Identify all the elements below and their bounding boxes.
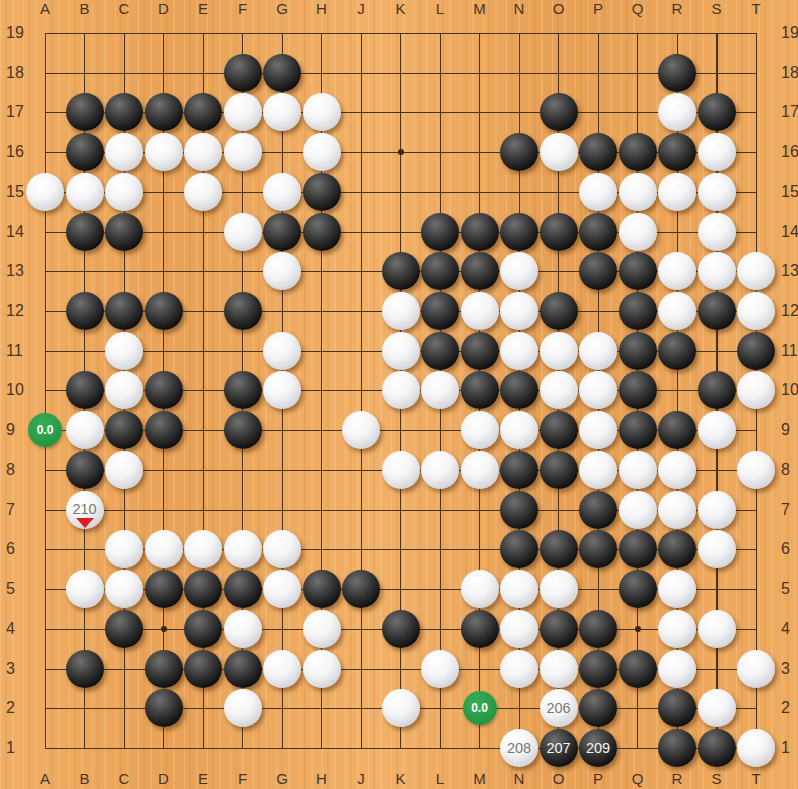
point-Q10[interactable]: [618, 371, 658, 411]
point-Q3[interactable]: [618, 649, 658, 689]
point-O17[interactable]: [539, 93, 579, 133]
point-P2[interactable]: [578, 688, 618, 728]
white-stone-H16[interactable]: [303, 133, 341, 171]
black-stone-P3[interactable]: [579, 650, 617, 688]
point-G10[interactable]: [262, 371, 302, 411]
eval-marker[interactable]: 0.0: [28, 413, 62, 447]
point-P1[interactable]: 209: [578, 728, 618, 768]
black-stone-Q6[interactable]: [619, 530, 657, 568]
white-stone-F14[interactable]: [224, 213, 262, 251]
point-B15[interactable]: [65, 172, 105, 212]
point-C10[interactable]: [104, 371, 144, 411]
point-S4[interactable]: [697, 609, 737, 649]
point-P7[interactable]: [578, 490, 618, 530]
point-R3[interactable]: [657, 649, 697, 689]
point-K13[interactable]: [381, 251, 421, 291]
white-stone-G15[interactable]: [263, 173, 301, 211]
point-G13[interactable]: [262, 251, 302, 291]
white-stone-O3[interactable]: [540, 650, 578, 688]
point-P16[interactable]: [578, 132, 618, 172]
black-stone-P4[interactable]: [579, 610, 617, 648]
white-stone-Q7[interactable]: [619, 491, 657, 529]
point-T11[interactable]: [736, 331, 776, 371]
point-M14[interactable]: [460, 212, 500, 252]
black-stone-P2[interactable]: [579, 689, 617, 727]
white-stone-S4[interactable]: [698, 610, 736, 648]
black-stone-D12[interactable]: [145, 292, 183, 330]
point-Q6[interactable]: [618, 529, 658, 569]
point-N12[interactable]: [499, 291, 539, 331]
white-stone-C15[interactable]: [105, 173, 143, 211]
point-H3[interactable]: [302, 649, 342, 689]
point-N13[interactable]: [499, 251, 539, 291]
black-stone-D17[interactable]: [145, 93, 183, 131]
black-stone-Q9[interactable]: [619, 411, 657, 449]
point-S10[interactable]: [697, 371, 737, 411]
black-stone-M14[interactable]: [461, 213, 499, 251]
black-stone-M10[interactable]: [461, 371, 499, 409]
black-stone-B10[interactable]: [66, 371, 104, 409]
black-stone-L12[interactable]: [421, 292, 459, 330]
white-stone-N9[interactable]: [500, 411, 538, 449]
white-stone-T1[interactable]: [737, 729, 775, 767]
point-G11[interactable]: [262, 331, 302, 371]
black-stone-Q3[interactable]: [619, 650, 657, 688]
point-C5[interactable]: [104, 569, 144, 609]
point-K11[interactable]: [381, 331, 421, 371]
point-L10[interactable]: [420, 371, 460, 411]
point-R18[interactable]: [657, 53, 697, 93]
black-stone-F9[interactable]: [224, 411, 262, 449]
white-stone-C6[interactable]: [105, 530, 143, 568]
point-S16[interactable]: [697, 132, 737, 172]
point-H17[interactable]: [302, 93, 342, 133]
point-E16[interactable]: [183, 132, 223, 172]
point-K10[interactable]: [381, 371, 421, 411]
eval-point-A9[interactable]: 0.0: [25, 410, 65, 450]
white-stone-L10[interactable]: [421, 371, 459, 409]
point-B12[interactable]: [65, 291, 105, 331]
white-stone-S6[interactable]: [698, 530, 736, 568]
black-stone-T11[interactable]: [737, 332, 775, 370]
white-stone-L8[interactable]: [421, 451, 459, 489]
black-stone-C14[interactable]: [105, 213, 143, 251]
point-S7[interactable]: [697, 490, 737, 530]
black-stone-R18[interactable]: [658, 54, 696, 92]
point-R15[interactable]: [657, 172, 697, 212]
point-K4[interactable]: [381, 609, 421, 649]
point-D2[interactable]: [144, 688, 184, 728]
point-F10[interactable]: [223, 371, 263, 411]
point-C11[interactable]: [104, 331, 144, 371]
black-stone-C9[interactable]: [105, 411, 143, 449]
black-stone-C12[interactable]: [105, 292, 143, 330]
white-stone-O2[interactable]: 206: [540, 689, 578, 727]
point-Q14[interactable]: [618, 212, 658, 252]
point-F17[interactable]: [223, 93, 263, 133]
point-N9[interactable]: [499, 410, 539, 450]
black-stone-Q10[interactable]: [619, 371, 657, 409]
point-Q8[interactable]: [618, 450, 658, 490]
point-S1[interactable]: [697, 728, 737, 768]
point-C6[interactable]: [104, 529, 144, 569]
black-stone-L13[interactable]: [421, 252, 459, 290]
black-stone-O12[interactable]: [540, 292, 578, 330]
white-stone-T12[interactable]: [737, 292, 775, 330]
black-stone-N8[interactable]: [500, 451, 538, 489]
white-stone-P15[interactable]: [579, 173, 617, 211]
white-stone-C8[interactable]: [105, 451, 143, 489]
black-stone-N6[interactable]: [500, 530, 538, 568]
black-stone-B12[interactable]: [66, 292, 104, 330]
point-M13[interactable]: [460, 251, 500, 291]
black-stone-E5[interactable]: [184, 570, 222, 608]
point-K12[interactable]: [381, 291, 421, 331]
point-M12[interactable]: [460, 291, 500, 331]
white-stone-T8[interactable]: [737, 451, 775, 489]
point-C9[interactable]: [104, 410, 144, 450]
point-Q5[interactable]: [618, 569, 658, 609]
black-stone-B14[interactable]: [66, 213, 104, 251]
point-O6[interactable]: [539, 529, 579, 569]
point-F4[interactable]: [223, 609, 263, 649]
point-P9[interactable]: [578, 410, 618, 450]
point-H4[interactable]: [302, 609, 342, 649]
point-N10[interactable]: [499, 371, 539, 411]
black-stone-S12[interactable]: [698, 292, 736, 330]
black-stone-D9[interactable]: [145, 411, 183, 449]
black-stone-M13[interactable]: [461, 252, 499, 290]
point-G3[interactable]: [262, 649, 302, 689]
point-N4[interactable]: [499, 609, 539, 649]
point-B10[interactable]: [65, 371, 105, 411]
point-O1[interactable]: 207: [539, 728, 579, 768]
point-B3[interactable]: [65, 649, 105, 689]
point-E15[interactable]: [183, 172, 223, 212]
black-stone-B8[interactable]: [66, 451, 104, 489]
white-stone-H17[interactable]: [303, 93, 341, 131]
point-N8[interactable]: [499, 450, 539, 490]
white-stone-F4[interactable]: [224, 610, 262, 648]
white-stone-R12[interactable]: [658, 292, 696, 330]
point-R4[interactable]: [657, 609, 697, 649]
white-stone-C11[interactable]: [105, 332, 143, 370]
white-stone-M9[interactable]: [461, 411, 499, 449]
white-stone-D6[interactable]: [145, 530, 183, 568]
point-R11[interactable]: [657, 331, 697, 371]
black-stone-R6[interactable]: [658, 530, 696, 568]
point-R1[interactable]: [657, 728, 697, 768]
point-E6[interactable]: [183, 529, 223, 569]
white-stone-Q15[interactable]: [619, 173, 657, 211]
point-L3[interactable]: [420, 649, 460, 689]
point-R8[interactable]: [657, 450, 697, 490]
black-stone-M11[interactable]: [461, 332, 499, 370]
white-stone-P10[interactable]: [579, 371, 617, 409]
point-S15[interactable]: [697, 172, 737, 212]
white-stone-G3[interactable]: [263, 650, 301, 688]
black-stone-R11[interactable]: [658, 332, 696, 370]
white-stone-E15[interactable]: [184, 173, 222, 211]
point-M8[interactable]: [460, 450, 500, 490]
white-stone-G17[interactable]: [263, 93, 301, 131]
point-P11[interactable]: [578, 331, 618, 371]
white-stone-N13[interactable]: [500, 252, 538, 290]
black-stone-E17[interactable]: [184, 93, 222, 131]
point-R13[interactable]: [657, 251, 697, 291]
point-N1[interactable]: 208: [499, 728, 539, 768]
point-M11[interactable]: [460, 331, 500, 371]
black-stone-G18[interactable]: [263, 54, 301, 92]
white-stone-R4[interactable]: [658, 610, 696, 648]
white-stone-Q8[interactable]: [619, 451, 657, 489]
black-stone-E3[interactable]: [184, 650, 222, 688]
white-stone-H4[interactable]: [303, 610, 341, 648]
black-stone-D2[interactable]: [145, 689, 183, 727]
white-stone-E6[interactable]: [184, 530, 222, 568]
point-C17[interactable]: [104, 93, 144, 133]
white-stone-R5[interactable]: [658, 570, 696, 608]
white-stone-K8[interactable]: [382, 451, 420, 489]
point-T12[interactable]: [736, 291, 776, 331]
point-M9[interactable]: [460, 410, 500, 450]
white-stone-N11[interactable]: [500, 332, 538, 370]
black-stone-P13[interactable]: [579, 252, 617, 290]
point-R2[interactable]: [657, 688, 697, 728]
black-stone-Q5[interactable]: [619, 570, 657, 608]
point-R7[interactable]: [657, 490, 697, 530]
point-J5[interactable]: [341, 569, 381, 609]
white-stone-O11[interactable]: [540, 332, 578, 370]
point-G15[interactable]: [262, 172, 302, 212]
point-H5[interactable]: [302, 569, 342, 609]
white-stone-O5[interactable]: [540, 570, 578, 608]
black-stone-N14[interactable]: [500, 213, 538, 251]
point-B8[interactable]: [65, 450, 105, 490]
white-stone-G5[interactable]: [263, 570, 301, 608]
eval-marker[interactable]: 0.0: [463, 691, 497, 725]
white-stone-B5[interactable]: [66, 570, 104, 608]
white-stone-P9[interactable]: [579, 411, 617, 449]
point-Q11[interactable]: [618, 331, 658, 371]
white-stone-F16[interactable]: [224, 133, 262, 171]
point-T13[interactable]: [736, 251, 776, 291]
white-stone-C5[interactable]: [105, 570, 143, 608]
point-O14[interactable]: [539, 212, 579, 252]
black-stone-F18[interactable]: [224, 54, 262, 92]
point-N14[interactable]: [499, 212, 539, 252]
point-P10[interactable]: [578, 371, 618, 411]
black-stone-P1[interactable]: 209: [579, 729, 617, 767]
point-L12[interactable]: [420, 291, 460, 331]
white-stone-F6[interactable]: [224, 530, 262, 568]
point-Q9[interactable]: [618, 410, 658, 450]
point-R5[interactable]: [657, 569, 697, 609]
point-P8[interactable]: [578, 450, 618, 490]
black-stone-S1[interactable]: [698, 729, 736, 767]
white-stone-S14[interactable]: [698, 213, 736, 251]
point-J9[interactable]: [341, 410, 381, 450]
white-stone-C10[interactable]: [105, 371, 143, 409]
black-stone-Q12[interactable]: [619, 292, 657, 330]
point-D10[interactable]: [144, 371, 184, 411]
black-stone-D5[interactable]: [145, 570, 183, 608]
black-stone-H14[interactable]: [303, 213, 341, 251]
black-stone-K4[interactable]: [382, 610, 420, 648]
point-D5[interactable]: [144, 569, 184, 609]
black-stone-N10[interactable]: [500, 371, 538, 409]
point-M4[interactable]: [460, 609, 500, 649]
white-stone-K10[interactable]: [382, 371, 420, 409]
black-stone-B3[interactable]: [66, 650, 104, 688]
point-H14[interactable]: [302, 212, 342, 252]
black-stone-D10[interactable]: [145, 371, 183, 409]
point-L8[interactable]: [420, 450, 460, 490]
point-P6[interactable]: [578, 529, 618, 569]
point-R17[interactable]: [657, 93, 697, 133]
point-O9[interactable]: [539, 410, 579, 450]
point-R9[interactable]: [657, 410, 697, 450]
white-stone-J9[interactable]: [342, 411, 380, 449]
point-N5[interactable]: [499, 569, 539, 609]
point-P13[interactable]: [578, 251, 618, 291]
white-stone-R17[interactable]: [658, 93, 696, 131]
point-T1[interactable]: [736, 728, 776, 768]
point-O2[interactable]: 206: [539, 688, 579, 728]
point-L14[interactable]: [420, 212, 460, 252]
point-O16[interactable]: [539, 132, 579, 172]
point-B14[interactable]: [65, 212, 105, 252]
point-C12[interactable]: [104, 291, 144, 331]
white-stone-S16[interactable]: [698, 133, 736, 171]
white-stone-O16[interactable]: [540, 133, 578, 171]
point-N16[interactable]: [499, 132, 539, 172]
point-G17[interactable]: [262, 93, 302, 133]
black-stone-G14[interactable]: [263, 213, 301, 251]
point-F3[interactable]: [223, 649, 263, 689]
point-B7[interactable]: 210: [65, 490, 105, 530]
point-S13[interactable]: [697, 251, 737, 291]
black-stone-P7[interactable]: [579, 491, 617, 529]
black-stone-O1[interactable]: 207: [540, 729, 578, 767]
point-C8[interactable]: [104, 450, 144, 490]
point-R6[interactable]: [657, 529, 697, 569]
point-Q16[interactable]: [618, 132, 658, 172]
white-stone-R13[interactable]: [658, 252, 696, 290]
black-stone-B16[interactable]: [66, 133, 104, 171]
black-stone-R16[interactable]: [658, 133, 696, 171]
point-T3[interactable]: [736, 649, 776, 689]
white-stone-S2[interactable]: [698, 689, 736, 727]
point-O10[interactable]: [539, 371, 579, 411]
white-stone-T13[interactable]: [737, 252, 775, 290]
white-stone-M12[interactable]: [461, 292, 499, 330]
white-stone-S9[interactable]: [698, 411, 736, 449]
point-O5[interactable]: [539, 569, 579, 609]
point-M5[interactable]: [460, 569, 500, 609]
white-stone-H3[interactable]: [303, 650, 341, 688]
point-N3[interactable]: [499, 649, 539, 689]
point-K2[interactable]: [381, 688, 421, 728]
white-stone-K2[interactable]: [382, 689, 420, 727]
black-stone-E4[interactable]: [184, 610, 222, 648]
black-stone-S10[interactable]: [698, 371, 736, 409]
point-B5[interactable]: [65, 569, 105, 609]
white-stone-K12[interactable]: [382, 292, 420, 330]
point-O3[interactable]: [539, 649, 579, 689]
white-stone-O10[interactable]: [540, 371, 578, 409]
point-G18[interactable]: [262, 53, 302, 93]
point-F16[interactable]: [223, 132, 263, 172]
point-B9[interactable]: [65, 410, 105, 450]
black-stone-O8[interactable]: [540, 451, 578, 489]
white-stone-B15[interactable]: [66, 173, 104, 211]
point-S9[interactable]: [697, 410, 737, 450]
black-stone-K13[interactable]: [382, 252, 420, 290]
black-stone-F3[interactable]: [224, 650, 262, 688]
point-C14[interactable]: [104, 212, 144, 252]
black-stone-O6[interactable]: [540, 530, 578, 568]
white-stone-N4[interactable]: [500, 610, 538, 648]
black-stone-O14[interactable]: [540, 213, 578, 251]
point-T10[interactable]: [736, 371, 776, 411]
point-D9[interactable]: [144, 410, 184, 450]
black-stone-F5[interactable]: [224, 570, 262, 608]
point-C4[interactable]: [104, 609, 144, 649]
point-D6[interactable]: [144, 529, 184, 569]
point-G14[interactable]: [262, 212, 302, 252]
point-O12[interactable]: [539, 291, 579, 331]
point-T8[interactable]: [736, 450, 776, 490]
point-K8[interactable]: [381, 450, 421, 490]
point-E3[interactable]: [183, 649, 223, 689]
point-E17[interactable]: [183, 93, 223, 133]
black-stone-L14[interactable]: [421, 213, 459, 251]
white-stone-Q14[interactable]: [619, 213, 657, 251]
point-G6[interactable]: [262, 529, 302, 569]
point-R16[interactable]: [657, 132, 697, 172]
point-N7[interactable]: [499, 490, 539, 530]
black-stone-F10[interactable]: [224, 371, 262, 409]
black-stone-P14[interactable]: [579, 213, 617, 251]
black-stone-R1[interactable]: [658, 729, 696, 767]
white-stone-G11[interactable]: [263, 332, 301, 370]
black-stone-C17[interactable]: [105, 93, 143, 131]
black-stone-R2[interactable]: [658, 689, 696, 727]
white-stone-A15[interactable]: [26, 173, 64, 211]
point-N6[interactable]: [499, 529, 539, 569]
point-N11[interactable]: [499, 331, 539, 371]
point-Q7[interactable]: [618, 490, 658, 530]
black-stone-N7[interactable]: [500, 491, 538, 529]
black-stone-H5[interactable]: [303, 570, 341, 608]
point-D12[interactable]: [144, 291, 184, 331]
point-H16[interactable]: [302, 132, 342, 172]
point-E5[interactable]: [183, 569, 223, 609]
black-stone-R9[interactable]: [658, 411, 696, 449]
white-stone-P8[interactable]: [579, 451, 617, 489]
black-stone-C4[interactable]: [105, 610, 143, 648]
white-stone-L3[interactable]: [421, 650, 459, 688]
white-stone-S13[interactable]: [698, 252, 736, 290]
point-B17[interactable]: [65, 93, 105, 133]
point-P14[interactable]: [578, 212, 618, 252]
point-C15[interactable]: [104, 172, 144, 212]
white-stone-T10[interactable]: [737, 371, 775, 409]
point-O11[interactable]: [539, 331, 579, 371]
point-D17[interactable]: [144, 93, 184, 133]
point-F2[interactable]: [223, 688, 263, 728]
